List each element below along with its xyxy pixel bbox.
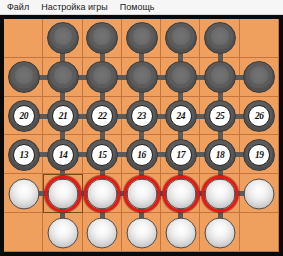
light-disc-highlighted-r5c5[interactable] xyxy=(165,178,196,209)
station-number-label: 19 xyxy=(248,144,270,166)
menu-bar: Файл Настройка игры Помощь xyxy=(0,0,283,15)
numbered-station-24[interactable]: 24 xyxy=(165,100,197,132)
dark-disc-r2c5[interactable] xyxy=(165,61,197,93)
menu-game-settings[interactable]: Настройка игры xyxy=(35,2,114,12)
numbered-station-23[interactable]: 23 xyxy=(126,100,158,132)
light-disc-r6c3[interactable] xyxy=(87,217,118,248)
station-number-label: 25 xyxy=(209,105,231,127)
dark-disc-r1c6[interactable] xyxy=(204,22,236,54)
station-number-label: 17 xyxy=(170,144,192,166)
station-number-label: 20 xyxy=(13,105,35,127)
numbered-station-13[interactable]: 13 xyxy=(8,139,40,171)
station-number-label: 14 xyxy=(52,144,74,166)
numbered-station-19[interactable]: 19 xyxy=(243,139,275,171)
light-disc-r6c6[interactable] xyxy=(205,217,236,248)
station-number-label: 26 xyxy=(248,105,270,127)
light-disc-r6c4[interactable] xyxy=(126,217,157,248)
board-frame: 2021222324252613141516171819 xyxy=(0,15,283,256)
station-number-label: 13 xyxy=(13,144,35,166)
station-number-label: 22 xyxy=(91,105,113,127)
menu-help[interactable]: Помощь xyxy=(114,2,161,12)
station-number-label: 18 xyxy=(209,144,231,166)
light-disc-r5c7[interactable] xyxy=(244,178,275,209)
numbered-station-22[interactable]: 22 xyxy=(86,100,118,132)
station-number-label: 24 xyxy=(170,105,192,127)
numbered-station-16[interactable]: 16 xyxy=(126,139,158,171)
menu-file[interactable]: Файл xyxy=(0,2,35,12)
dark-disc-r2c3[interactable] xyxy=(86,61,118,93)
station-number-label: 21 xyxy=(52,105,74,127)
numbered-station-17[interactable]: 17 xyxy=(165,139,197,171)
dark-disc-r2c4[interactable] xyxy=(126,61,158,93)
light-disc-r6c2[interactable] xyxy=(47,217,78,248)
game-board: 2021222324252613141516171819 xyxy=(4,19,279,252)
light-disc-highlighted-r5c3[interactable] xyxy=(87,178,118,209)
numbered-station-18[interactable]: 18 xyxy=(204,139,236,171)
light-disc-highlighted-r5c2[interactable] xyxy=(47,178,78,209)
dark-disc-r2c1[interactable] xyxy=(8,61,40,93)
dark-disc-r2c7[interactable] xyxy=(243,61,275,93)
numbered-station-21[interactable]: 21 xyxy=(47,100,79,132)
dark-disc-r2c2[interactable] xyxy=(47,61,79,93)
numbered-station-26[interactable]: 26 xyxy=(243,100,275,132)
light-disc-r6c5[interactable] xyxy=(165,217,196,248)
light-disc-highlighted-r5c4[interactable] xyxy=(126,178,157,209)
light-disc-highlighted-r5c6[interactable] xyxy=(205,178,236,209)
dark-disc-r1c3[interactable] xyxy=(86,22,118,54)
station-number-label: 15 xyxy=(91,144,113,166)
numbered-station-20[interactable]: 20 xyxy=(8,100,40,132)
dark-disc-r1c4[interactable] xyxy=(126,22,158,54)
dark-disc-r1c2[interactable] xyxy=(47,22,79,54)
station-number-label: 23 xyxy=(131,105,153,127)
dark-disc-r2c6[interactable] xyxy=(204,61,236,93)
numbered-station-25[interactable]: 25 xyxy=(204,100,236,132)
dark-disc-r1c5[interactable] xyxy=(165,22,197,54)
light-disc-r5c1[interactable] xyxy=(8,178,39,209)
station-number-label: 16 xyxy=(131,144,153,166)
numbered-station-14[interactable]: 14 xyxy=(47,139,79,171)
numbered-station-15[interactable]: 15 xyxy=(86,139,118,171)
board-overlay: 2021222324252613141516171819 xyxy=(4,19,279,252)
